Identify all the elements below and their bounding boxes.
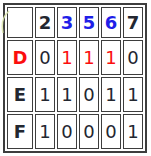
col-header: 3: [57, 7, 77, 38]
col-header: 6: [101, 7, 121, 38]
col-header: 7: [123, 7, 143, 38]
grid-cell: 1: [123, 77, 143, 112]
grid-cell: 0: [57, 114, 77, 149]
grid-cell: 0: [79, 114, 99, 149]
grid-cell: 0: [35, 40, 55, 75]
grid-cell: 1: [101, 40, 121, 75]
row-label: E: [7, 77, 33, 112]
grid-cell: 1: [57, 40, 77, 75]
grid-row: F 1 0 0 0 1: [7, 114, 143, 149]
grid-cell: 0: [123, 40, 143, 75]
grid-cell: 1: [101, 77, 121, 112]
grid-cell: 0: [79, 77, 99, 112]
grid-row: E 1 1 0 1 1: [7, 77, 143, 112]
grid-row: D 0 1 1 1 0: [7, 40, 143, 75]
row-label: D: [7, 40, 33, 75]
grid-cell: 1: [35, 114, 55, 149]
corner-cell: [7, 7, 33, 38]
grid-cell: 1: [123, 114, 143, 149]
row-label: F: [7, 114, 33, 149]
col-header: 5: [79, 7, 99, 38]
header-row: 2 3 5 6 7: [7, 7, 143, 38]
grid-cell: 1: [57, 77, 77, 112]
page: 2 3 5 6 7 D 0 1 1 1 0 E 1 1 0 1 1 F 1 0 …: [0, 3, 151, 156]
grid-cell: 1: [35, 77, 55, 112]
col-header: 2: [35, 7, 55, 38]
grid-cell: 1: [79, 40, 99, 75]
grid-cell: 0: [101, 114, 121, 149]
logic-grid-table: 2 3 5 6 7 D 0 1 1 1 0 E 1 1 0 1 1 F 1 0 …: [3, 3, 147, 153]
